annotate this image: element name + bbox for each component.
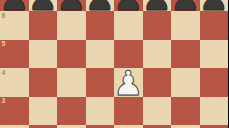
square-d2[interactable] (86, 125, 115, 128)
square-a2[interactable] (0, 125, 29, 128)
square-f5[interactable] (143, 40, 172, 69)
square-d3[interactable] (86, 97, 115, 126)
black-pawn-c7[interactable]: ♟ (57, 0, 86, 11)
square-f2[interactable] (143, 125, 172, 128)
rank-label-4: 4 (2, 69, 6, 77)
square-h2[interactable] (200, 125, 229, 128)
square-f4[interactable] (143, 68, 172, 97)
square-h5[interactable] (200, 40, 229, 69)
black-pawn-a7[interactable]: ♟ (0, 0, 29, 11)
square-a5[interactable]: 5 (0, 40, 29, 69)
square-d5[interactable] (86, 40, 115, 69)
square-c4[interactable] (57, 68, 86, 97)
black-pawn-b7[interactable]: ♟ (29, 0, 58, 11)
square-c2[interactable] (57, 125, 86, 128)
square-c5[interactable] (57, 40, 86, 69)
chess-board[interactable]: 6543♟♟♟♟♟♟♟♟♟ (0, 0, 228, 128)
black-pawn-e7[interactable]: ♟ (114, 0, 143, 11)
square-g3[interactable] (171, 97, 200, 126)
black-pawn-f7[interactable]: ♟ (143, 0, 172, 11)
square-b4[interactable] (29, 68, 58, 97)
square-b3[interactable] (29, 97, 58, 126)
square-a3[interactable]: 3 (0, 97, 29, 126)
rank-label-3: 3 (2, 97, 6, 105)
rank-label-5: 5 (2, 40, 6, 48)
board-viewport: 6543♟♟♟♟♟♟♟♟♟ (0, 0, 228, 128)
square-g4[interactable] (171, 68, 200, 97)
square-g2[interactable] (171, 125, 200, 128)
square-b5[interactable] (29, 40, 58, 69)
square-a4[interactable]: 4 (0, 68, 29, 97)
square-b2[interactable] (29, 125, 58, 128)
square-e2[interactable] (114, 125, 143, 128)
white-pawn-e4[interactable]: ♟ (114, 68, 143, 97)
square-h4[interactable] (200, 68, 229, 97)
square-g5[interactable] (171, 40, 200, 69)
square-f3[interactable] (143, 97, 172, 126)
square-d4[interactable] (86, 68, 115, 97)
black-pawn-h7[interactable]: ♟ (200, 0, 229, 11)
black-pawn-d7[interactable]: ♟ (86, 0, 115, 11)
square-c3[interactable] (57, 97, 86, 126)
black-pawn-g7[interactable]: ♟ (171, 0, 200, 11)
square-h3[interactable] (200, 97, 229, 126)
